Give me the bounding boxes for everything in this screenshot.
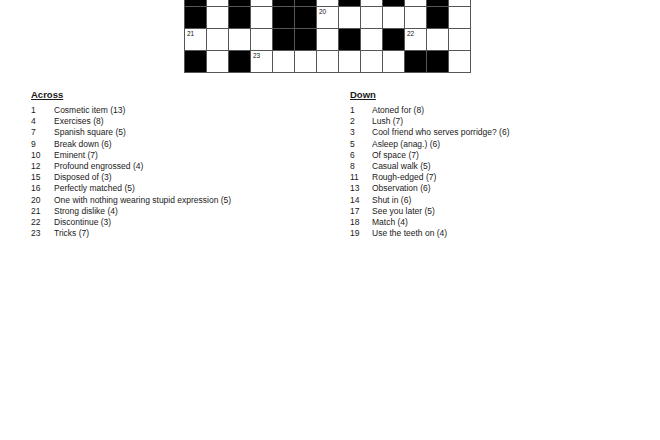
white-cell[interactable]: [251, 29, 272, 50]
clue-item: 18Match (4): [350, 217, 509, 228]
white-cell[interactable]: 22: [405, 29, 426, 50]
white-cell[interactable]: [273, 51, 294, 72]
white-cell[interactable]: 20: [317, 7, 338, 28]
cell-clue-number: 23: [253, 52, 260, 59]
crossword-page: 20212223 Across 1Cosmetic item (13)4Exer…: [0, 0, 660, 440]
black-cell: [339, 0, 360, 6]
clue-number: 1: [350, 105, 372, 116]
clue-text: Casual walk (5): [372, 161, 431, 172]
clue-item: 20One with nothing wearing stupid expres…: [31, 195, 231, 206]
white-cell[interactable]: [251, 7, 272, 28]
black-cell: [273, 29, 294, 50]
clue-item: 13Observation (6): [350, 183, 509, 194]
white-cell[interactable]: 21: [185, 29, 206, 50]
down-clue-list: 1Atoned for (8)2Lush (7)3Cool friend who…: [350, 105, 509, 239]
cell-clue-number: 20: [319, 8, 326, 15]
clue-text: Atoned for (8): [372, 105, 424, 116]
black-cell: [295, 29, 316, 50]
white-cell[interactable]: [449, 7, 470, 28]
black-cell: [427, 7, 448, 28]
white-cell[interactable]: [383, 7, 404, 28]
white-cell[interactable]: [449, 29, 470, 50]
clue-number: 3: [350, 127, 372, 138]
black-cell: [185, 51, 206, 72]
black-cell: [295, 0, 316, 6]
white-cell[interactable]: [295, 51, 316, 72]
clue-text: Of space (7): [372, 150, 419, 161]
clue-number: 6: [350, 150, 372, 161]
black-cell: [383, 0, 404, 6]
clue-text: Use the teeth on (4): [372, 228, 447, 239]
clue-item: 1Cosmetic item (13): [31, 105, 231, 116]
cell-clue-number: 21: [187, 30, 194, 37]
black-cell: [273, 7, 294, 28]
clue-item: 22Discontinue (3): [31, 217, 231, 228]
black-cell: [405, 51, 426, 72]
clue-text: Shut in (6): [372, 195, 411, 206]
white-cell[interactable]: [251, 0, 272, 6]
clue-text: Exercises (8): [54, 116, 104, 127]
clue-item: 17See you later (5): [350, 206, 509, 217]
clue-item: 3Cool friend who serves porridge? (6): [350, 127, 509, 138]
white-cell[interactable]: [207, 51, 228, 72]
clue-item: 14Shut in (6): [350, 195, 509, 206]
cell-clue-number: 22: [407, 30, 414, 37]
across-heading: Across: [31, 89, 63, 100]
clue-text: Rough-edged (7): [372, 172, 436, 183]
black-cell: [427, 0, 448, 6]
black-cell: [295, 7, 316, 28]
white-cell[interactable]: [207, 0, 228, 6]
clue-text: Observation (6): [372, 183, 431, 194]
clue-item: 4Exercises (8): [31, 116, 231, 127]
clue-text: Discontinue (3): [54, 217, 111, 228]
clue-text: Spanish square (5): [54, 127, 126, 138]
clue-item: 5Asleep (anag.) (6): [350, 139, 509, 150]
clue-number: 1: [31, 105, 54, 116]
white-cell[interactable]: [317, 29, 338, 50]
clue-item: 15Disposed of (3): [31, 172, 231, 183]
down-heading: Down: [350, 89, 376, 100]
clue-number: 7: [31, 127, 54, 138]
clue-number: 17: [350, 206, 372, 217]
white-cell[interactable]: [361, 0, 382, 6]
clue-text: Disposed of (3): [54, 172, 112, 183]
clue-item: 1Atoned for (8): [350, 105, 509, 116]
clue-item: 10Eminent (7): [31, 150, 231, 161]
white-cell[interactable]: [207, 29, 228, 50]
clue-number: 11: [350, 172, 372, 183]
clue-item: 16Perfectly matched (5): [31, 183, 231, 194]
black-cell: [229, 51, 250, 72]
clue-text: Perfectly matched (5): [54, 183, 135, 194]
clue-text: Strong dislike (4): [54, 206, 118, 217]
black-cell: [185, 7, 206, 28]
clue-text: See you later (5): [372, 206, 435, 217]
clue-item: 8Casual walk (5): [350, 161, 509, 172]
clue-number: 5: [350, 139, 372, 150]
black-cell: [427, 51, 448, 72]
clue-number: 8: [350, 161, 372, 172]
clue-text: Match (4): [372, 217, 408, 228]
white-cell[interactable]: [449, 51, 470, 72]
white-cell[interactable]: [361, 7, 382, 28]
white-cell[interactable]: [317, 0, 338, 6]
clue-item: 19Use the teeth on (4): [350, 228, 509, 239]
crossword-grid: 20212223: [184, 0, 471, 73]
clue-number: 2: [350, 116, 372, 127]
clue-text: Cool friend who serves porridge? (6): [372, 127, 509, 138]
white-cell[interactable]: [449, 0, 470, 6]
clue-text: Asleep (anag.) (6): [372, 139, 440, 150]
clue-item: 6Of space (7): [350, 150, 509, 161]
clue-text: Tricks (7): [54, 228, 89, 239]
white-cell[interactable]: [405, 7, 426, 28]
clue-number: 4: [31, 116, 54, 127]
crossword-grid-inner: 20212223: [184, 0, 471, 73]
clue-number: 18: [350, 217, 372, 228]
clue-number: 9: [31, 139, 54, 150]
clue-number: 12: [31, 161, 54, 172]
clue-number: 22: [31, 217, 54, 228]
clue-item: 9Break down (6): [31, 139, 231, 150]
clue-item: 12Profound engrossed (4): [31, 161, 231, 172]
clue-number: 14: [350, 195, 372, 206]
white-cell[interactable]: [317, 51, 338, 72]
clue-number: 19: [350, 228, 372, 239]
white-cell[interactable]: [427, 29, 448, 50]
white-cell[interactable]: [339, 51, 360, 72]
white-cell[interactable]: [361, 51, 382, 72]
clue-text: Lush (7): [372, 116, 403, 127]
white-cell[interactable]: [339, 7, 360, 28]
clue-item: 11Rough-edged (7): [350, 172, 509, 183]
clue-item: 23Tricks (7): [31, 228, 231, 239]
clue-number: 23: [31, 228, 54, 239]
white-cell[interactable]: 23: [251, 51, 272, 72]
black-cell: [229, 0, 250, 6]
white-cell[interactable]: [361, 29, 382, 50]
white-cell[interactable]: [229, 29, 250, 50]
black-cell: [185, 0, 206, 6]
black-cell: [339, 29, 360, 50]
white-cell[interactable]: [405, 0, 426, 6]
clue-number: 13: [350, 183, 372, 194]
clue-number: 21: [31, 206, 54, 217]
clue-item: 7Spanish square (5): [31, 127, 231, 138]
clue-number: 15: [31, 172, 54, 183]
clue-item: 21Strong dislike (4): [31, 206, 231, 217]
clue-item: 2Lush (7): [350, 116, 509, 127]
across-clue-list: 1Cosmetic item (13)4Exercises (8)7Spanis…: [31, 105, 231, 239]
black-cell: [383, 29, 404, 50]
clue-text: Profound engrossed (4): [54, 161, 143, 172]
black-cell: [229, 7, 250, 28]
clue-text: Cosmetic item (13): [54, 105, 125, 116]
clue-text: Break down (6): [54, 139, 112, 150]
clue-text: One with nothing wearing stupid expressi…: [54, 195, 231, 206]
white-cell[interactable]: [383, 51, 404, 72]
clue-number: 10: [31, 150, 54, 161]
clue-number: 16: [31, 183, 54, 194]
clue-text: Eminent (7): [54, 150, 98, 161]
white-cell[interactable]: [207, 7, 228, 28]
black-cell: [273, 0, 294, 6]
clue-number: 20: [31, 195, 54, 206]
